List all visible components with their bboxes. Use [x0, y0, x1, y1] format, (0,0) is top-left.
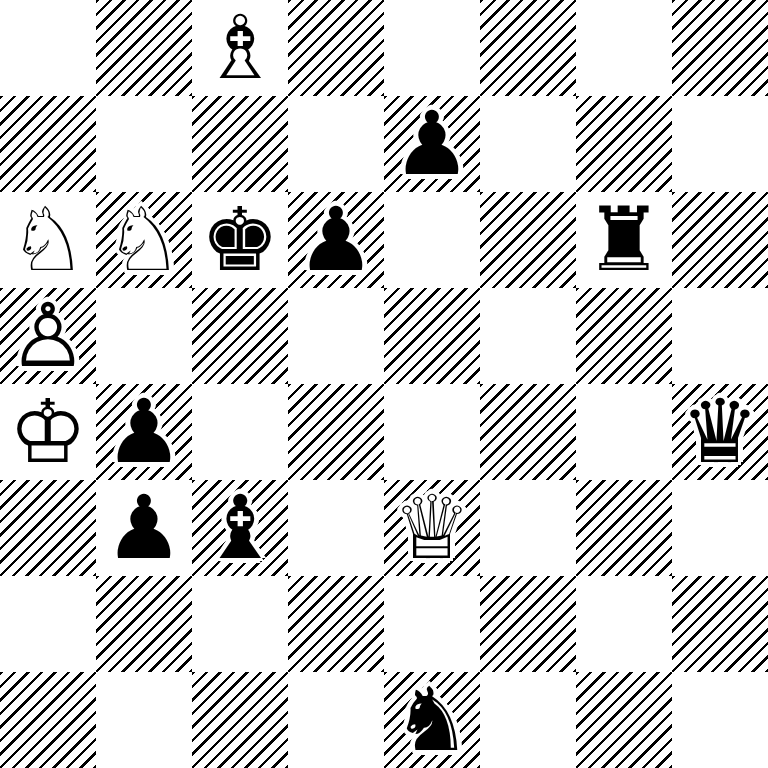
square-b3[interactable]: ♟︎♟︎ [96, 480, 192, 576]
square-h6[interactable] [672, 192, 768, 288]
square-d3[interactable] [288, 480, 384, 576]
square-d6[interactable]: ♟︎♟︎ [288, 192, 384, 288]
square-c7[interactable] [192, 96, 288, 192]
piece-black-bishop[interactable]: ♝︎♝︎ [192, 480, 288, 576]
square-b1[interactable] [96, 672, 192, 768]
square-e5[interactable] [384, 288, 480, 384]
piece-black-rook[interactable]: ♜︎♜︎ [576, 192, 672, 288]
square-g6[interactable]: ♜︎♜︎ [576, 192, 672, 288]
square-f4[interactable] [480, 384, 576, 480]
square-f8[interactable] [480, 0, 576, 96]
square-h5[interactable] [672, 288, 768, 384]
piece-black-pawn[interactable]: ♟︎♟︎ [96, 384, 192, 480]
square-b7[interactable] [96, 96, 192, 192]
square-d8[interactable] [288, 0, 384, 96]
square-g1[interactable] [576, 672, 672, 768]
black-pawn-glyph: ♟︎ [288, 192, 384, 288]
piece-white-pawn[interactable]: ♟︎♙︎ [0, 288, 96, 384]
white-pawn-glyph: ♙︎ [0, 288, 96, 384]
square-a8[interactable] [0, 0, 96, 96]
piece-white-queen[interactable]: ♛︎♕︎ [384, 480, 480, 576]
square-b4[interactable]: ♟︎♟︎ [96, 384, 192, 480]
black-rook-glyph: ♜︎ [576, 192, 672, 288]
square-a4[interactable]: ♚︎♔︎ [0, 384, 96, 480]
square-e1[interactable]: ♞︎♞︎ [384, 672, 480, 768]
square-a2[interactable] [0, 576, 96, 672]
square-d5[interactable] [288, 288, 384, 384]
piece-black-pawn[interactable]: ♟︎♟︎ [288, 192, 384, 288]
square-c1[interactable] [192, 672, 288, 768]
square-d4[interactable] [288, 384, 384, 480]
square-e4[interactable] [384, 384, 480, 480]
square-e7[interactable]: ♟︎♟︎ [384, 96, 480, 192]
square-h4[interactable]: ♛︎♛︎ [672, 384, 768, 480]
white-knight-glyph: ♘︎ [0, 192, 96, 288]
square-h3[interactable] [672, 480, 768, 576]
black-pawn-glyph: ♟︎ [384, 96, 480, 192]
square-f3[interactable] [480, 480, 576, 576]
square-h7[interactable] [672, 96, 768, 192]
black-bishop-glyph: ♝︎ [192, 480, 288, 576]
square-f1[interactable] [480, 672, 576, 768]
square-e2[interactable] [384, 576, 480, 672]
white-queen-glyph: ♕︎ [384, 480, 480, 576]
square-a7[interactable] [0, 96, 96, 192]
black-king-glyph: ♚︎ [192, 192, 288, 288]
square-h2[interactable] [672, 576, 768, 672]
black-knight-glyph: ♞︎ [384, 672, 480, 768]
piece-white-knight[interactable]: ♞︎♘︎ [0, 192, 96, 288]
chess-board: ♝︎♗︎♟︎♟︎♞︎♘︎♞︎♘︎♚︎♚︎♟︎♟︎♜︎♜︎♟︎♙︎♚︎♔︎♟︎♟︎… [0, 0, 768, 768]
white-king-glyph: ♔︎ [0, 384, 96, 480]
square-f2[interactable] [480, 576, 576, 672]
square-e8[interactable] [384, 0, 480, 96]
black-pawn-glyph: ♟︎ [96, 384, 192, 480]
square-a5[interactable]: ♟︎♙︎ [0, 288, 96, 384]
piece-black-knight[interactable]: ♞︎♞︎ [384, 672, 480, 768]
square-f5[interactable] [480, 288, 576, 384]
white-knight-glyph: ♘︎ [96, 192, 192, 288]
square-c6[interactable]: ♚︎♚︎ [192, 192, 288, 288]
square-c3[interactable]: ♝︎♝︎ [192, 480, 288, 576]
square-g2[interactable] [576, 576, 672, 672]
square-b8[interactable] [96, 0, 192, 96]
square-g4[interactable] [576, 384, 672, 480]
square-b6[interactable]: ♞︎♘︎ [96, 192, 192, 288]
square-c5[interactable] [192, 288, 288, 384]
square-h8[interactable] [672, 0, 768, 96]
square-a3[interactable] [0, 480, 96, 576]
square-g7[interactable] [576, 96, 672, 192]
piece-white-king[interactable]: ♚︎♔︎ [0, 384, 96, 480]
piece-black-queen[interactable]: ♛︎♛︎ [672, 384, 768, 480]
square-c2[interactable] [192, 576, 288, 672]
square-d7[interactable] [288, 96, 384, 192]
piece-black-pawn[interactable]: ♟︎♟︎ [96, 480, 192, 576]
square-g3[interactable] [576, 480, 672, 576]
black-queen-glyph: ♛︎ [672, 384, 768, 480]
square-a1[interactable] [0, 672, 96, 768]
square-d2[interactable] [288, 576, 384, 672]
piece-black-king[interactable]: ♚︎♚︎ [192, 192, 288, 288]
square-b2[interactable] [96, 576, 192, 672]
square-e6[interactable] [384, 192, 480, 288]
square-g5[interactable] [576, 288, 672, 384]
square-c8[interactable]: ♝︎♗︎ [192, 0, 288, 96]
square-e3[interactable]: ♛︎♕︎ [384, 480, 480, 576]
square-f6[interactable] [480, 192, 576, 288]
piece-black-pawn[interactable]: ♟︎♟︎ [384, 96, 480, 192]
square-f7[interactable] [480, 96, 576, 192]
square-c4[interactable] [192, 384, 288, 480]
square-d1[interactable] [288, 672, 384, 768]
square-b5[interactable] [96, 288, 192, 384]
black-pawn-glyph: ♟︎ [96, 480, 192, 576]
square-g8[interactable] [576, 0, 672, 96]
square-a6[interactable]: ♞︎♘︎ [0, 192, 96, 288]
square-h1[interactable] [672, 672, 768, 768]
piece-white-knight[interactable]: ♞︎♘︎ [96, 192, 192, 288]
piece-white-bishop[interactable]: ♝︎♗︎ [192, 0, 288, 96]
white-bishop-glyph: ♗︎ [192, 0, 288, 96]
